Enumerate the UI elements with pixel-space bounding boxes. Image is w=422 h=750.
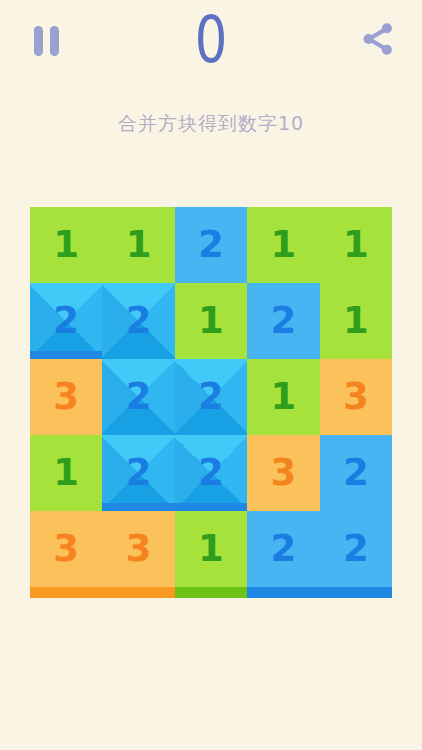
tile-value: 3 bbox=[53, 530, 79, 567]
tile-value: 3 bbox=[343, 378, 369, 415]
share-icon bbox=[359, 20, 397, 58]
tile-value: 2 bbox=[343, 530, 369, 567]
tile-r2c5[interactable]: 1 bbox=[320, 283, 392, 359]
board-bottom-edge-green bbox=[175, 587, 247, 598]
tile-value: 3 bbox=[126, 530, 152, 567]
game-board: 1121122121322131223233122 bbox=[30, 207, 392, 598]
tile-value: 1 bbox=[343, 302, 369, 339]
tile-value: 2 bbox=[198, 226, 224, 263]
tile-r2c1[interactable]: 2 bbox=[30, 283, 102, 359]
tile-value: 1 bbox=[198, 302, 224, 339]
tile-value: 2 bbox=[271, 530, 297, 567]
tile-bottom-shade bbox=[175, 503, 247, 511]
tile-r1c5[interactable]: 1 bbox=[320, 207, 392, 283]
tile-r1c1[interactable]: 1 bbox=[30, 207, 102, 283]
game-screen: { "game": "merge-number-blocks (merge eq… bbox=[0, 0, 422, 750]
tile-r5c3[interactable]: 1 bbox=[175, 511, 247, 587]
tile-r5c4[interactable]: 2 bbox=[247, 511, 319, 587]
tile-bottom-shade bbox=[102, 503, 174, 511]
tile-r4c5[interactable]: 2 bbox=[320, 435, 392, 511]
tile-r4c1[interactable]: 1 bbox=[30, 435, 102, 511]
tile-r4c3[interactable]: 2 bbox=[175, 435, 247, 511]
tile-value: 2 bbox=[126, 378, 152, 415]
tile-value: 1 bbox=[271, 226, 297, 263]
tile-r5c2[interactable]: 3 bbox=[102, 511, 174, 587]
tile-r1c3[interactable]: 2 bbox=[175, 207, 247, 283]
tile-r2c4[interactable]: 2 bbox=[247, 283, 319, 359]
tile-value: 2 bbox=[271, 302, 297, 339]
tile-r2c3[interactable]: 1 bbox=[175, 283, 247, 359]
tile-value: 3 bbox=[271, 454, 297, 491]
tile-value: 1 bbox=[198, 530, 224, 567]
tile-value: 1 bbox=[53, 454, 79, 491]
tile-value: 3 bbox=[53, 378, 79, 415]
tile-r5c1[interactable]: 3 bbox=[30, 511, 102, 587]
tile-r3c2[interactable]: 2 bbox=[102, 359, 174, 435]
tile-value: 1 bbox=[53, 226, 79, 263]
tile-r1c2[interactable]: 1 bbox=[102, 207, 174, 283]
share-button[interactable] bbox=[358, 20, 398, 60]
tile-r3c5[interactable]: 3 bbox=[320, 359, 392, 435]
tile-value: 2 bbox=[53, 302, 79, 339]
board-bottom-edge-blue bbox=[247, 587, 392, 598]
tile-value: 2 bbox=[126, 302, 152, 339]
tile-r2c2[interactable]: 2 bbox=[102, 283, 174, 359]
tile-r3c3[interactable]: 2 bbox=[175, 359, 247, 435]
board-bottom-edge-orange bbox=[30, 587, 175, 598]
tile-r1c4[interactable]: 1 bbox=[247, 207, 319, 283]
tile-r4c2[interactable]: 2 bbox=[102, 435, 174, 511]
tile-value: 1 bbox=[126, 226, 152, 263]
board-bottom-edge bbox=[30, 587, 392, 598]
tile-value: 2 bbox=[198, 454, 224, 491]
tile-value: 1 bbox=[343, 226, 369, 263]
tile-grid: 1121122121322131223233122 bbox=[30, 207, 392, 587]
tile-r4c4[interactable]: 3 bbox=[247, 435, 319, 511]
tile-bottom-shade bbox=[30, 351, 102, 359]
tile-value: 2 bbox=[343, 454, 369, 491]
tile-value: 2 bbox=[126, 454, 152, 491]
score-display: 0 bbox=[42, 8, 380, 72]
tile-value: 1 bbox=[271, 378, 297, 415]
tile-r5c5[interactable]: 2 bbox=[320, 511, 392, 587]
tile-r3c4[interactable]: 1 bbox=[247, 359, 319, 435]
goal-text: 合并方块得到数字10 bbox=[0, 111, 422, 137]
tile-r3c1[interactable]: 3 bbox=[30, 359, 102, 435]
tile-value: 2 bbox=[198, 378, 224, 415]
